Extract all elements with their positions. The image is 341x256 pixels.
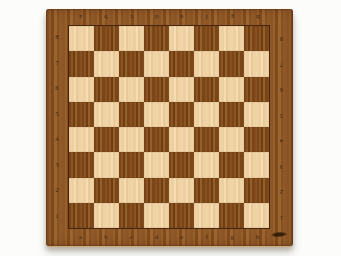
- square-g2[interactable]: [219, 178, 244, 203]
- coordinate-label: d: [144, 229, 169, 246]
- square-a1[interactable]: [69, 203, 94, 228]
- square-b5[interactable]: [94, 102, 119, 127]
- coordinate-label: c: [119, 9, 144, 25]
- square-e3[interactable]: [169, 152, 194, 177]
- square-h1[interactable]: [244, 203, 269, 228]
- square-d6[interactable]: [144, 77, 169, 102]
- file-labels-bottom: abcdefgh: [68, 229, 270, 246]
- square-a5[interactable]: [69, 102, 94, 127]
- square-a8[interactable]: [69, 26, 94, 51]
- square-h3[interactable]: [244, 152, 269, 177]
- square-h6[interactable]: [244, 77, 269, 102]
- square-f5[interactable]: [194, 102, 219, 127]
- square-g4[interactable]: [219, 127, 244, 152]
- square-d1[interactable]: [144, 203, 169, 228]
- photo-background: abcdefgh abcdefgh 87654321 87654321: [0, 0, 341, 256]
- coordinate-label: 4: [46, 127, 68, 153]
- coordinate-label: h: [245, 229, 270, 246]
- square-a6[interactable]: [69, 77, 94, 102]
- coordinate-label: g: [220, 229, 245, 246]
- square-h2[interactable]: [244, 178, 269, 203]
- square-b6[interactable]: [94, 77, 119, 102]
- square-h8[interactable]: [244, 26, 269, 51]
- coordinate-label: 7: [270, 51, 293, 77]
- square-f2[interactable]: [194, 178, 219, 203]
- square-h7[interactable]: [244, 51, 269, 76]
- file-labels-top: abcdefgh: [68, 9, 270, 25]
- square-e1[interactable]: [169, 203, 194, 228]
- square-a3[interactable]: [69, 152, 94, 177]
- square-e2[interactable]: [169, 178, 194, 203]
- square-c8[interactable]: [119, 26, 144, 51]
- coordinate-label: 5: [270, 102, 293, 128]
- coordinate-label: 1: [270, 204, 293, 230]
- maker-stamp-icon: [271, 231, 287, 237]
- coordinate-label: a: [68, 9, 93, 25]
- square-f7[interactable]: [194, 51, 219, 76]
- square-c5[interactable]: [119, 102, 144, 127]
- square-f8[interactable]: [194, 26, 219, 51]
- square-b1[interactable]: [94, 203, 119, 228]
- coordinate-label: 5: [46, 102, 68, 128]
- square-h4[interactable]: [244, 127, 269, 152]
- square-a2[interactable]: [69, 178, 94, 203]
- square-f3[interactable]: [194, 152, 219, 177]
- coordinate-label: a: [68, 229, 93, 246]
- square-c4[interactable]: [119, 127, 144, 152]
- square-c1[interactable]: [119, 203, 144, 228]
- square-g1[interactable]: [219, 203, 244, 228]
- square-e6[interactable]: [169, 77, 194, 102]
- square-b2[interactable]: [94, 178, 119, 203]
- square-e7[interactable]: [169, 51, 194, 76]
- coordinate-label: 1: [46, 204, 68, 230]
- square-d7[interactable]: [144, 51, 169, 76]
- square-b4[interactable]: [94, 127, 119, 152]
- square-f4[interactable]: [194, 127, 219, 152]
- square-f1[interactable]: [194, 203, 219, 228]
- board-squares: [68, 25, 270, 229]
- square-d8[interactable]: [144, 26, 169, 51]
- coordinate-label: b: [93, 229, 118, 246]
- coordinate-label: 8: [270, 25, 293, 51]
- coordinate-label: 2: [46, 178, 68, 204]
- square-g3[interactable]: [219, 152, 244, 177]
- square-f6[interactable]: [194, 77, 219, 102]
- square-e4[interactable]: [169, 127, 194, 152]
- square-h5[interactable]: [244, 102, 269, 127]
- coordinate-label: e: [169, 9, 194, 25]
- square-c7[interactable]: [119, 51, 144, 76]
- coordinate-label: f: [194, 9, 219, 25]
- square-a7[interactable]: [69, 51, 94, 76]
- square-g6[interactable]: [219, 77, 244, 102]
- square-g8[interactable]: [219, 26, 244, 51]
- square-b7[interactable]: [94, 51, 119, 76]
- rank-labels-right: 87654321: [270, 25, 293, 229]
- square-e8[interactable]: [169, 26, 194, 51]
- square-d3[interactable]: [144, 152, 169, 177]
- coordinate-label: e: [169, 229, 194, 246]
- square-d5[interactable]: [144, 102, 169, 127]
- square-b3[interactable]: [94, 152, 119, 177]
- coordinate-label: h: [245, 9, 270, 25]
- coordinate-label: b: [93, 9, 118, 25]
- square-d2[interactable]: [144, 178, 169, 203]
- coordinate-label: c: [119, 229, 144, 246]
- square-d4[interactable]: [144, 127, 169, 152]
- coordinate-label: d: [144, 9, 169, 25]
- coordinate-label: 3: [46, 153, 68, 179]
- square-g7[interactable]: [219, 51, 244, 76]
- square-a4[interactable]: [69, 127, 94, 152]
- coordinate-label: f: [194, 229, 219, 246]
- coordinate-label: 6: [46, 76, 68, 102]
- coordinate-label: 4: [270, 127, 293, 153]
- square-g5[interactable]: [219, 102, 244, 127]
- square-c3[interactable]: [119, 152, 144, 177]
- coordinate-label: 3: [270, 153, 293, 179]
- coordinate-label: g: [220, 9, 245, 25]
- coordinate-label: 6: [270, 76, 293, 102]
- coordinate-label: 8: [46, 25, 68, 51]
- coordinate-label: 2: [270, 178, 293, 204]
- chess-board: abcdefgh abcdefgh 87654321 87654321: [46, 9, 293, 246]
- square-c6[interactable]: [119, 77, 144, 102]
- coordinate-label: 7: [46, 51, 68, 77]
- square-c2[interactable]: [119, 178, 144, 203]
- square-e5[interactable]: [169, 102, 194, 127]
- square-b8[interactable]: [94, 26, 119, 51]
- rank-labels-left: 87654321: [46, 25, 68, 229]
